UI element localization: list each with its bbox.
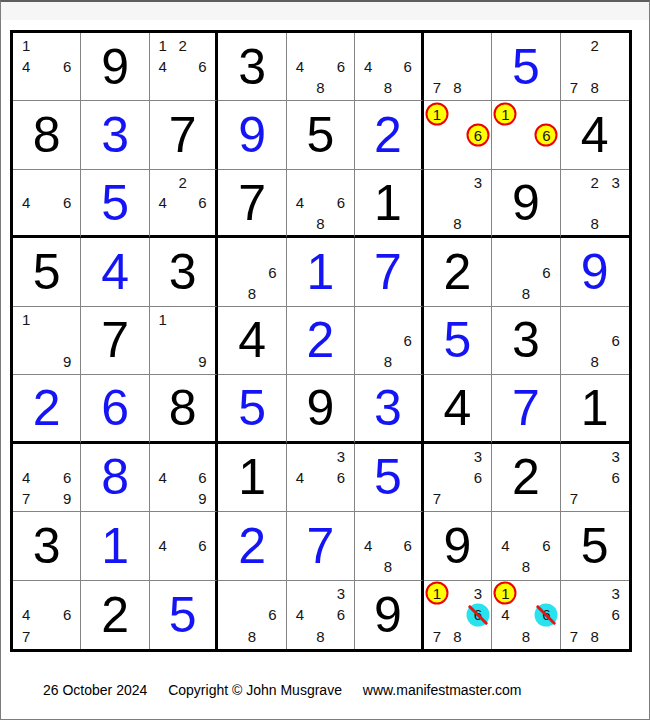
cell-r3c4[interactable]: 7 [218, 170, 286, 238]
empty-candidate-slot [153, 446, 173, 467]
candidate-7: 7 [16, 626, 36, 647]
empty-candidate-slot [290, 583, 310, 604]
footer-website-link[interactable]: www.manifestmaster.com [363, 682, 522, 698]
cell-value-given: 4 [424, 375, 491, 440]
empty-candidate-slot [193, 35, 213, 56]
empty-candidate-slot [516, 261, 536, 282]
empty-candidate-slot [36, 446, 56, 467]
candidate-8: 8 [584, 77, 605, 98]
empty-candidate-slot [221, 283, 241, 304]
empty-candidate-slot [310, 56, 330, 77]
empty-candidate-slot [331, 213, 351, 233]
candidate-3: 3 [605, 172, 626, 192]
empty-candidate-slot [468, 103, 488, 124]
empty-candidate-slot [242, 583, 262, 604]
candidate-grid: 13678 [427, 583, 488, 647]
empty-candidate-slot [153, 172, 173, 192]
empty-candidate-slot [495, 626, 515, 647]
candidate-grid: 3678 [564, 583, 626, 647]
cell-value-given: 3 [150, 238, 215, 305]
empty-candidate-slot [468, 56, 488, 77]
empty-candidate-slot [605, 192, 626, 212]
cell-r2c9[interactable]: 4 [561, 101, 629, 169]
cell-r2c3[interactable]: 7 [150, 101, 218, 169]
empty-candidate-slot [584, 446, 605, 467]
candidate-8: 8 [378, 556, 398, 577]
candidate-8: 8 [378, 351, 398, 372]
cell-r3c1[interactable]: 46 [13, 170, 81, 238]
cell-r7c7[interactable]: 367 [424, 444, 492, 512]
empty-candidate-slot [447, 192, 467, 212]
cell-value-given: 1 [355, 170, 420, 235]
candidate-3: 3 [468, 583, 488, 604]
empty-candidate-slot [398, 35, 418, 56]
empty-candidate-slot [358, 309, 378, 330]
cell-r9c4[interactable]: 68 [218, 581, 286, 649]
candidate-grid: 46 [153, 514, 212, 577]
empty-candidate-slot [584, 56, 605, 77]
cell-r9c3[interactable]: 5 [150, 581, 218, 649]
candidate-6: 6 [331, 56, 351, 77]
cell-r2c8[interactable]: 16 [492, 101, 560, 169]
candidate-2: 2 [584, 35, 605, 56]
candidate-3: 3 [331, 583, 351, 604]
empty-candidate-slot [193, 556, 213, 577]
empty-candidate-slot [378, 309, 398, 330]
cell-value-given: 2 [424, 238, 491, 305]
candidate-grid: 19 [153, 309, 212, 372]
candidate-4: 4 [16, 604, 36, 625]
candidate-6: 6 [605, 467, 626, 488]
cell-value-given: 3 [218, 33, 285, 100]
cell-r1c8[interactable]: 5 [492, 33, 560, 101]
cell-value-given: 5 [13, 238, 80, 305]
empty-candidate-slot [447, 56, 467, 77]
empty-candidate-slot [36, 56, 56, 77]
cell-value-given: 7 [81, 307, 148, 374]
candidate-2: 2 [173, 35, 193, 56]
cell-value-given: 9 [81, 33, 148, 100]
empty-candidate-slot [290, 446, 310, 467]
cell-r4c1[interactable]: 5 [13, 238, 81, 306]
empty-candidate-slot [516, 583, 536, 604]
candidate-grid: 468 [495, 514, 556, 577]
cell-r2c6[interactable]: 2 [355, 101, 423, 169]
empty-candidate-slot [468, 146, 488, 167]
empty-candidate-slot [290, 213, 310, 233]
candidate-6: 6 [331, 604, 351, 625]
cell-r9c5[interactable]: 3468 [287, 581, 355, 649]
empty-candidate-slot [495, 514, 515, 535]
empty-candidate-slot [310, 172, 330, 192]
candidate-1-yellow-circle: 1 [427, 583, 447, 604]
cell-r4c4[interactable]: 68 [218, 238, 286, 306]
cell-r4c9[interactable]: 9 [561, 238, 629, 306]
empty-candidate-slot [36, 309, 56, 330]
candidate-grid: 346 [290, 446, 351, 509]
empty-candidate-slot [262, 240, 282, 261]
empty-candidate-slot [516, 146, 536, 167]
cell-r5c1[interactable]: 19 [13, 307, 81, 375]
cell-r8c6[interactable]: 468 [355, 512, 423, 580]
candidate-6-cyan-slash-circle: 6 [536, 604, 556, 625]
empty-candidate-slot [57, 583, 77, 604]
cell-r6c1[interactable]: 2 [13, 375, 81, 443]
candidate-6: 6 [536, 261, 556, 282]
empty-candidate-slot [16, 213, 36, 233]
cell-r6c9[interactable]: 1 [561, 375, 629, 443]
page: 1469124634684687852788379521616446524674… [0, 0, 650, 720]
cell-r6c6[interactable]: 3 [355, 375, 423, 443]
candidate-grid: 68 [358, 309, 417, 372]
cell-r2c2[interactable]: 3 [81, 101, 149, 169]
cell-r7c4[interactable]: 1 [218, 444, 286, 512]
cell-r4c8[interactable]: 68 [492, 238, 560, 306]
cell-r1c3[interactable]: 1246 [150, 33, 218, 101]
candidate-6: 6 [193, 192, 213, 212]
candidate-4: 4 [358, 56, 378, 77]
empty-candidate-slot [242, 604, 262, 625]
top-strip [1, 2, 649, 20]
empty-candidate-slot [398, 309, 418, 330]
cell-value-given: 2 [81, 581, 148, 649]
empty-candidate-slot [495, 261, 515, 282]
empty-candidate-slot [468, 35, 488, 56]
cell-r5c2[interactable]: 7 [81, 307, 149, 375]
empty-candidate-slot [398, 514, 418, 535]
empty-candidate-slot [495, 240, 515, 261]
empty-candidate-slot [173, 488, 193, 509]
candidate-6: 6 [262, 604, 282, 625]
cell-r1c7[interactable]: 78 [424, 33, 492, 101]
footer-copyright: Copyright © John Musgrave [168, 682, 342, 698]
cell-r7c6[interactable]: 5 [355, 444, 423, 512]
cell-value-solved: 5 [218, 375, 285, 440]
empty-candidate-slot [358, 556, 378, 577]
cell-r5c7[interactable]: 5 [424, 307, 492, 375]
footer: 26 October 2024 Copyright © John Musgrav… [43, 682, 539, 698]
candidate-6-cyan-slash-circle: 6 [468, 604, 488, 625]
cell-r3c9[interactable]: 238 [561, 170, 629, 238]
cell-value-solved: 2 [218, 512, 285, 579]
cell-r7c8[interactable]: 2 [492, 444, 560, 512]
candidate-6: 6 [193, 56, 213, 77]
candidate-6: 6 [193, 467, 213, 488]
candidate-8: 8 [242, 626, 262, 647]
cell-r9c2[interactable]: 2 [81, 581, 149, 649]
empty-candidate-slot [331, 172, 351, 192]
candidate-8: 8 [310, 77, 330, 98]
candidate-grid: 1246 [153, 35, 212, 98]
empty-candidate-slot [468, 488, 488, 509]
empty-candidate-slot [36, 583, 56, 604]
empty-candidate-slot [221, 583, 241, 604]
cell-r9c8[interactable]: 1468 [492, 581, 560, 649]
cell-value-solved: 5 [150, 581, 215, 649]
empty-candidate-slot [584, 488, 605, 509]
cell-r2c7[interactable]: 16 [424, 101, 492, 169]
empty-candidate-slot [57, 446, 77, 467]
candidate-7: 7 [427, 77, 447, 98]
cell-r1c2[interactable]: 9 [81, 33, 149, 101]
empty-candidate-slot [262, 283, 282, 304]
cell-r5c6[interactable]: 68 [355, 307, 423, 375]
empty-candidate-slot [193, 514, 213, 535]
cell-value-solved: 8 [81, 444, 148, 511]
candidate-2: 2 [584, 172, 605, 192]
cell-r5c8[interactable]: 3 [492, 307, 560, 375]
candidate-1: 1 [153, 309, 173, 330]
candidate-grid: 468 [358, 514, 417, 577]
candidate-6: 6 [193, 535, 213, 556]
cell-r3c2[interactable]: 5 [81, 170, 149, 238]
candidate-7: 7 [16, 488, 36, 509]
empty-candidate-slot [193, 446, 213, 467]
cell-r4c6[interactable]: 7 [355, 238, 423, 306]
candidate-6: 6 [57, 56, 77, 77]
empty-candidate-slot [221, 261, 241, 282]
candidate-grid: 278 [564, 35, 626, 98]
empty-candidate-slot [36, 330, 56, 351]
empty-candidate-slot [173, 556, 193, 577]
candidate-4: 4 [290, 192, 310, 212]
cell-r6c7[interactable]: 4 [424, 375, 492, 443]
candidate-1: 1 [153, 35, 173, 56]
candidate-6: 6 [398, 330, 418, 351]
empty-candidate-slot [536, 556, 556, 577]
cell-r5c3[interactable]: 19 [150, 307, 218, 375]
empty-candidate-slot [516, 535, 536, 556]
empty-candidate-slot [290, 35, 310, 56]
empty-candidate-slot [564, 309, 585, 330]
sudoku-board: 1469124634684687852788379521616446524674… [10, 30, 632, 652]
cell-value-solved: 9 [218, 101, 285, 168]
cell-r3c7[interactable]: 38 [424, 170, 492, 238]
candidate-9: 9 [193, 351, 213, 372]
cell-r7c3[interactable]: 469 [150, 444, 218, 512]
candidate-7: 7 [564, 626, 585, 647]
cell-r8c9[interactable]: 5 [561, 512, 629, 580]
empty-candidate-slot [310, 583, 330, 604]
empty-candidate-slot [447, 35, 467, 56]
cell-value-solved: 7 [355, 238, 420, 305]
empty-candidate-slot [242, 261, 262, 282]
cell-r2c4[interactable]: 9 [218, 101, 286, 169]
cell-r4c5[interactable]: 1 [287, 238, 355, 306]
cell-r7c9[interactable]: 367 [561, 444, 629, 512]
empty-candidate-slot [564, 35, 585, 56]
cell-value-given: 8 [13, 101, 80, 168]
empty-candidate-slot [193, 77, 213, 98]
cell-r6c3[interactable]: 8 [150, 375, 218, 443]
cell-r8c3[interactable]: 46 [150, 512, 218, 580]
cell-r3c5[interactable]: 468 [287, 170, 355, 238]
empty-candidate-slot [427, 146, 447, 167]
cell-r8c4[interactable]: 2 [218, 512, 286, 580]
cell-value-given: 2 [492, 444, 559, 511]
cell-r8c7[interactable]: 9 [424, 512, 492, 580]
candidate-grid: 468 [290, 35, 351, 98]
cell-r1c4[interactable]: 3 [218, 33, 286, 101]
cell-r8c8[interactable]: 468 [492, 512, 560, 580]
cell-value-solved: 2 [355, 101, 420, 168]
cell-r6c2[interactable]: 6 [81, 375, 149, 443]
empty-candidate-slot [310, 604, 330, 625]
empty-candidate-slot [447, 604, 467, 625]
empty-candidate-slot [173, 467, 193, 488]
candidate-8: 8 [447, 626, 467, 647]
candidate-grid: 16 [495, 103, 556, 166]
cell-value-solved: 5 [81, 170, 148, 235]
empty-candidate-slot [310, 35, 330, 56]
candidate-7: 7 [564, 488, 585, 509]
empty-candidate-slot [536, 146, 556, 167]
empty-candidate-slot [310, 446, 330, 467]
empty-candidate-slot [193, 213, 213, 233]
empty-candidate-slot [36, 467, 56, 488]
empty-candidate-slot [16, 330, 36, 351]
cell-r7c5[interactable]: 346 [287, 444, 355, 512]
cell-r5c4[interactable]: 4 [218, 307, 286, 375]
empty-candidate-slot [173, 309, 193, 330]
cell-value-solved: 2 [287, 307, 354, 374]
candidate-6: 6 [331, 192, 351, 212]
empty-candidate-slot [378, 56, 398, 77]
cell-r7c2[interactable]: 8 [81, 444, 149, 512]
cell-r9c1[interactable]: 467 [13, 581, 81, 649]
empty-candidate-slot [427, 35, 447, 56]
cell-r6c5[interactable]: 9 [287, 375, 355, 443]
cell-r4c3[interactable]: 3 [150, 238, 218, 306]
empty-candidate-slot [495, 556, 515, 577]
empty-candidate-slot [495, 125, 515, 146]
candidate-3: 3 [468, 446, 488, 467]
empty-candidate-slot [536, 283, 556, 304]
cell-r5c9[interactable]: 68 [561, 307, 629, 375]
candidate-4: 4 [290, 56, 310, 77]
cell-r3c6[interactable]: 1 [355, 170, 423, 238]
candidate-6: 6 [468, 467, 488, 488]
cell-r4c7[interactable]: 2 [424, 238, 492, 306]
empty-candidate-slot [564, 446, 585, 467]
empty-candidate-slot [153, 77, 173, 98]
cell-r1c1[interactable]: 146 [13, 33, 81, 101]
cell-r2c5[interactable]: 5 [287, 101, 355, 169]
empty-candidate-slot [516, 240, 536, 261]
cell-value-solved: 1 [287, 238, 354, 305]
candidate-4: 4 [16, 467, 36, 488]
candidate-4: 4 [16, 56, 36, 77]
candidate-grid: 246 [153, 172, 212, 233]
empty-candidate-slot [427, 446, 447, 467]
cell-r1c6[interactable]: 468 [355, 33, 423, 101]
empty-candidate-slot [358, 514, 378, 535]
empty-candidate-slot [153, 351, 173, 372]
cell-r9c7[interactable]: 13678 [424, 581, 492, 649]
empty-candidate-slot [153, 213, 173, 233]
empty-candidate-slot [495, 146, 515, 167]
empty-candidate-slot [605, 309, 626, 330]
cell-r2c1[interactable]: 8 [13, 101, 81, 169]
cell-value-given: 3 [492, 307, 559, 374]
empty-candidate-slot [153, 514, 173, 535]
candidate-grid: 468 [358, 35, 417, 98]
candidate-8: 8 [447, 213, 467, 233]
candidate-7: 7 [427, 488, 447, 509]
cell-value-solved: 5 [355, 444, 420, 511]
empty-candidate-slot [398, 351, 418, 372]
cell-r8c5[interactable]: 7 [287, 512, 355, 580]
cell-r6c8[interactable]: 7 [492, 375, 560, 443]
cell-r5c5[interactable]: 2 [287, 307, 355, 375]
candidate-8: 8 [584, 351, 605, 372]
candidate-grid: 469 [153, 446, 212, 509]
cell-value-solved: 4 [81, 238, 148, 305]
candidate-6: 6 [398, 56, 418, 77]
candidate-3: 3 [331, 446, 351, 467]
cell-r9c9[interactable]: 3678 [561, 581, 629, 649]
candidate-grid: 468 [290, 172, 351, 233]
empty-candidate-slot [16, 446, 36, 467]
empty-candidate-slot [536, 626, 556, 647]
empty-candidate-slot [447, 583, 467, 604]
candidate-1-yellow-circle: 1 [495, 103, 515, 124]
empty-candidate-slot [605, 488, 626, 509]
cell-value-solved: 2 [13, 375, 80, 440]
empty-candidate-slot [398, 77, 418, 98]
empty-candidate-slot [57, 626, 77, 647]
empty-candidate-slot [516, 125, 536, 146]
empty-candidate-slot [262, 626, 282, 647]
empty-candidate-slot [564, 192, 585, 212]
empty-candidate-slot [605, 56, 626, 77]
empty-candidate-slot [290, 626, 310, 647]
candidate-4: 4 [358, 535, 378, 556]
candidate-1-yellow-circle: 1 [427, 103, 447, 124]
empty-candidate-slot [564, 56, 585, 77]
empty-candidate-slot [358, 330, 378, 351]
cell-r3c8[interactable]: 9 [492, 170, 560, 238]
cell-r8c1[interactable]: 3 [13, 512, 81, 580]
cell-r3c3[interactable]: 246 [150, 170, 218, 238]
empty-candidate-slot [173, 77, 193, 98]
candidate-8: 8 [378, 77, 398, 98]
empty-candidate-slot [564, 351, 585, 372]
empty-candidate-slot [605, 77, 626, 98]
cell-r4c2[interactable]: 4 [81, 238, 149, 306]
cell-value-solved: 7 [492, 375, 559, 440]
candidate-grid: 68 [221, 240, 282, 303]
cell-r9c6[interactable]: 9 [355, 581, 423, 649]
empty-candidate-slot [36, 213, 56, 233]
empty-candidate-slot [57, 309, 77, 330]
candidate-4: 4 [153, 535, 173, 556]
candidate-2: 2 [173, 172, 193, 192]
cell-r1c5[interactable]: 468 [287, 33, 355, 101]
empty-candidate-slot [427, 604, 447, 625]
empty-candidate-slot [516, 604, 536, 625]
empty-candidate-slot [536, 240, 556, 261]
cell-r1c9[interactable]: 278 [561, 33, 629, 101]
candidate-9: 9 [193, 488, 213, 509]
cell-r8c2[interactable]: 1 [81, 512, 149, 580]
candidate-6: 6 [57, 192, 77, 212]
empty-candidate-slot [57, 330, 77, 351]
cell-r7c1[interactable]: 4679 [13, 444, 81, 512]
empty-candidate-slot [57, 213, 77, 233]
cell-r6c4[interactable]: 5 [218, 375, 286, 443]
empty-candidate-slot [584, 309, 605, 330]
